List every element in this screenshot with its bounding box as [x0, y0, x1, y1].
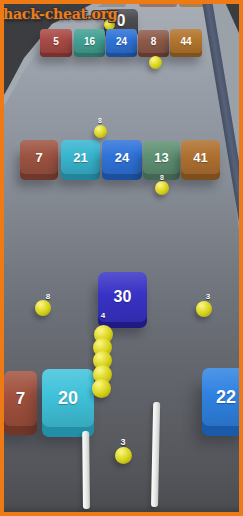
block-5: 5 [40, 29, 72, 53]
floor-front-edge [0, 505, 243, 513]
snake-ball [92, 379, 111, 398]
pickup-ball [94, 125, 107, 138]
block-8: 8 [138, 30, 169, 53]
pickup-ball [155, 181, 169, 195]
block-22: 22 [202, 368, 243, 426]
ball-count-label: 3 [113, 438, 133, 447]
block-20: 20 [42, 369, 94, 427]
pillar-left [82, 431, 89, 509]
game-board[interactable]: 0516248447212413413072022 888334 hack-ch… [0, 0, 243, 516]
pickup-ball [115, 447, 132, 464]
block-41: 41 [181, 140, 220, 174]
pickup-ball [196, 301, 212, 317]
ball-count-label: 8 [152, 174, 172, 181]
pillar-right [151, 402, 160, 507]
block-21: 21 [61, 140, 100, 174]
block-44: 44 [170, 29, 202, 53]
block-7: 7 [4, 371, 37, 426]
block-24: 24 [106, 29, 137, 53]
snake-count-label: 4 [93, 312, 113, 320]
ball-count-label: 8 [90, 117, 110, 124]
watermark: hack-cheat.org [3, 6, 117, 22]
ball-count-label: 3 [198, 293, 218, 301]
ball-count-label: 8 [38, 293, 58, 301]
block-7: 7 [20, 140, 58, 174]
block-13: 13 [143, 141, 180, 174]
block-24: 24 [102, 140, 142, 174]
block-16: 16 [74, 29, 105, 53]
pickup-ball [149, 56, 162, 69]
distant-block [139, 0, 177, 7]
pickup-ball [35, 300, 51, 316]
